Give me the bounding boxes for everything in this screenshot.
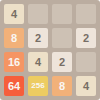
tile-256: 256 — [28, 76, 48, 96]
tile-8: 8 — [52, 76, 72, 96]
empty-cell — [28, 4, 48, 24]
tile-64: 64 — [4, 76, 24, 96]
empty-cell — [52, 4, 72, 24]
tile-2: 2 — [28, 28, 48, 48]
tile-2: 2 — [52, 52, 72, 72]
tile-16: 16 — [4, 52, 24, 72]
tile-4: 4 — [28, 52, 48, 72]
empty-cell — [52, 28, 72, 48]
game-board-2048[interactable]: 482216426425684 — [0, 0, 100, 100]
empty-cell — [76, 52, 96, 72]
tile-4: 4 — [4, 4, 24, 24]
tile-2: 2 — [76, 28, 96, 48]
tile-8: 8 — [4, 28, 24, 48]
empty-cell — [76, 4, 96, 24]
tile-4: 4 — [76, 76, 96, 96]
